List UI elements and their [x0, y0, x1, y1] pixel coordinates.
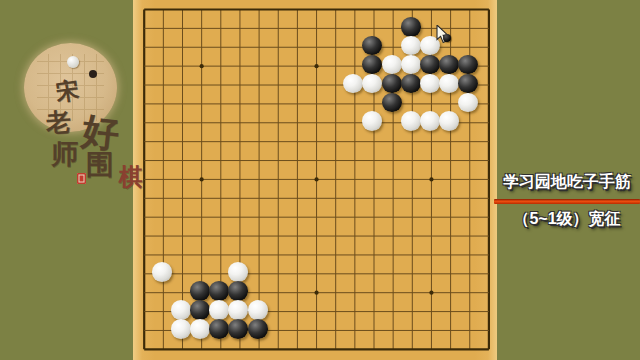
- logo-seal-stamp: [77, 173, 86, 184]
- stone-white: [401, 111, 421, 131]
- stone-black: [420, 55, 440, 75]
- stone-black: [382, 93, 402, 113]
- stone-black: [209, 281, 229, 301]
- lesson-subtitle: （5~1级）宽征: [494, 209, 640, 230]
- stone-black: [362, 55, 382, 75]
- lesson-caption-panel: 学习园地吃子手筋 （5~1级）宽征: [494, 172, 640, 230]
- stone-white: [190, 319, 210, 339]
- go-board[interactable]: [133, 0, 497, 360]
- badge-white-stone-icon: [67, 56, 79, 68]
- logo-char-qi: 棋: [119, 165, 143, 189]
- stone-white: [209, 300, 229, 320]
- logo-char-song: 宋: [55, 78, 81, 104]
- stone-white: [171, 300, 191, 320]
- stone-black: [458, 55, 478, 75]
- stones-grid[interactable]: [135, 0, 499, 359]
- stone-white: [362, 111, 382, 131]
- teacher-logo-badge: 宋 老 师 好 围 棋: [24, 43, 117, 132]
- logo-char-lao: 老: [45, 109, 72, 136]
- stone-black: [209, 319, 229, 339]
- logo-char-wei: 围: [86, 151, 114, 179]
- video-frame: 宋 老 师 好 围 棋 学习园地吃子手筋 （5~1级）宽征: [0, 0, 640, 360]
- stone-black: [458, 74, 478, 94]
- stone-white: [420, 74, 440, 94]
- stone-black: [362, 36, 382, 56]
- stone-white: [439, 111, 459, 131]
- title-divider: [494, 199, 640, 204]
- stone-white: [248, 300, 268, 320]
- cursor-stone-preview: [443, 34, 451, 42]
- stone-white: [362, 74, 382, 94]
- stone-white: [420, 111, 440, 131]
- stone-black: [248, 319, 268, 339]
- stone-white: [228, 300, 248, 320]
- stone-white: [343, 74, 363, 94]
- stone-white: [439, 74, 459, 94]
- stone-black: [228, 281, 248, 301]
- stone-black: [190, 281, 210, 301]
- stone-black: [190, 300, 210, 320]
- badge-black-stone-icon: [89, 70, 97, 78]
- stone-white: [228, 262, 248, 282]
- stone-white: [401, 36, 421, 56]
- stone-white: [382, 55, 402, 75]
- stone-black: [439, 55, 459, 75]
- stone-white: [171, 319, 191, 339]
- stone-white: [152, 262, 172, 282]
- logo-char-hao: 好: [80, 112, 121, 153]
- stone-black: [401, 17, 421, 37]
- stone-white: [401, 55, 421, 75]
- stone-black: [228, 319, 248, 339]
- logo-char-shi: 师: [51, 140, 78, 167]
- stone-black: [401, 74, 421, 94]
- stone-white: [458, 93, 478, 113]
- lesson-title: 学习园地吃子手筋: [494, 172, 640, 193]
- stone-black: [382, 74, 402, 94]
